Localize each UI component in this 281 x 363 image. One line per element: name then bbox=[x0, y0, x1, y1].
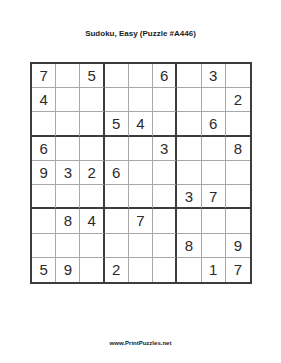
sudoku-cell bbox=[177, 112, 201, 136]
sudoku-cell: 6 bbox=[105, 161, 129, 185]
sudoku-cell: 7 bbox=[202, 185, 226, 209]
sudoku-cell: 5 bbox=[105, 112, 129, 136]
sudoku-cell bbox=[153, 185, 177, 209]
sudoku-cell bbox=[56, 185, 80, 209]
sudoku-cell bbox=[129, 185, 153, 209]
sudoku-cell bbox=[80, 258, 104, 282]
footer-url: www.PrintPuzzles.net bbox=[0, 340, 281, 346]
sudoku-cell bbox=[32, 209, 56, 233]
sudoku-cell: 2 bbox=[105, 258, 129, 282]
sudoku-cell: 4 bbox=[80, 209, 104, 233]
sudoku-cell: 4 bbox=[129, 112, 153, 136]
sudoku-cell bbox=[80, 234, 104, 258]
sudoku-cell bbox=[80, 88, 104, 112]
sudoku-cell bbox=[56, 112, 80, 136]
sudoku-cell bbox=[202, 161, 226, 185]
sudoku-cell bbox=[105, 185, 129, 209]
sudoku-cell bbox=[129, 234, 153, 258]
sudoku-cell bbox=[80, 112, 104, 136]
sudoku-cell bbox=[56, 137, 80, 161]
sudoku-cell: 9 bbox=[226, 234, 250, 258]
sudoku-cell bbox=[153, 161, 177, 185]
sudoku-cell bbox=[129, 161, 153, 185]
sudoku-cell bbox=[32, 112, 56, 136]
sudoku-cell bbox=[32, 234, 56, 258]
sudoku-cell bbox=[129, 137, 153, 161]
sudoku-cell bbox=[153, 258, 177, 282]
sudoku-cell bbox=[129, 88, 153, 112]
sudoku-cell bbox=[177, 161, 201, 185]
sudoku-cell: 8 bbox=[177, 234, 201, 258]
sudoku-cell bbox=[105, 209, 129, 233]
sudoku-cell bbox=[153, 234, 177, 258]
sudoku-cell bbox=[226, 209, 250, 233]
sudoku-cell: 9 bbox=[56, 258, 80, 282]
sudoku-cell bbox=[202, 234, 226, 258]
sudoku-cell: 7 bbox=[32, 64, 56, 88]
puzzle-title: Sudoku, Easy (Puzzle #A446) bbox=[0, 29, 281, 38]
sudoku-cell: 6 bbox=[202, 112, 226, 136]
sudoku-cell: 1 bbox=[202, 258, 226, 282]
sudoku-cell: 5 bbox=[80, 64, 104, 88]
sudoku-cell: 3 bbox=[177, 185, 201, 209]
sudoku-cell bbox=[153, 88, 177, 112]
sudoku-board: 7563425466389326378478959217 bbox=[30, 62, 252, 284]
sudoku-cell bbox=[80, 137, 104, 161]
sudoku-cell bbox=[226, 161, 250, 185]
sudoku-cell bbox=[105, 64, 129, 88]
sudoku-cell: 6 bbox=[32, 137, 56, 161]
sudoku-cell: 9 bbox=[32, 161, 56, 185]
sudoku-cell: 8 bbox=[56, 209, 80, 233]
sudoku-cell bbox=[202, 209, 226, 233]
sudoku-cell bbox=[177, 64, 201, 88]
sudoku-cell bbox=[226, 112, 250, 136]
sudoku-cell: 4 bbox=[32, 88, 56, 112]
sudoku-cell bbox=[56, 234, 80, 258]
sudoku-cell bbox=[177, 258, 201, 282]
sudoku-cell bbox=[80, 185, 104, 209]
sudoku-cell: 5 bbox=[32, 258, 56, 282]
sudoku-cell bbox=[56, 88, 80, 112]
sudoku-cell bbox=[202, 137, 226, 161]
sudoku-cell bbox=[129, 64, 153, 88]
sudoku-cell bbox=[177, 209, 201, 233]
sudoku-cell bbox=[129, 258, 153, 282]
sudoku-cell bbox=[177, 88, 201, 112]
sudoku-cell bbox=[153, 112, 177, 136]
sudoku-cell: 6 bbox=[153, 64, 177, 88]
sudoku-cell bbox=[105, 137, 129, 161]
sudoku-cell bbox=[202, 88, 226, 112]
sudoku-cell bbox=[177, 137, 201, 161]
sudoku-cell: 3 bbox=[56, 161, 80, 185]
sudoku-cell: 7 bbox=[226, 258, 250, 282]
sudoku-cell: 2 bbox=[80, 161, 104, 185]
sudoku-cell bbox=[105, 234, 129, 258]
sudoku-cell bbox=[226, 64, 250, 88]
sudoku-cell: 7 bbox=[129, 209, 153, 233]
sudoku-cell bbox=[226, 185, 250, 209]
sudoku-cell: 3 bbox=[202, 64, 226, 88]
sudoku-cell: 8 bbox=[226, 137, 250, 161]
sudoku-cell: 2 bbox=[226, 88, 250, 112]
sudoku-cell: 3 bbox=[153, 137, 177, 161]
sudoku-cell bbox=[32, 185, 56, 209]
sudoku-cell bbox=[56, 64, 80, 88]
sudoku-cell bbox=[105, 88, 129, 112]
sudoku-cell bbox=[153, 209, 177, 233]
